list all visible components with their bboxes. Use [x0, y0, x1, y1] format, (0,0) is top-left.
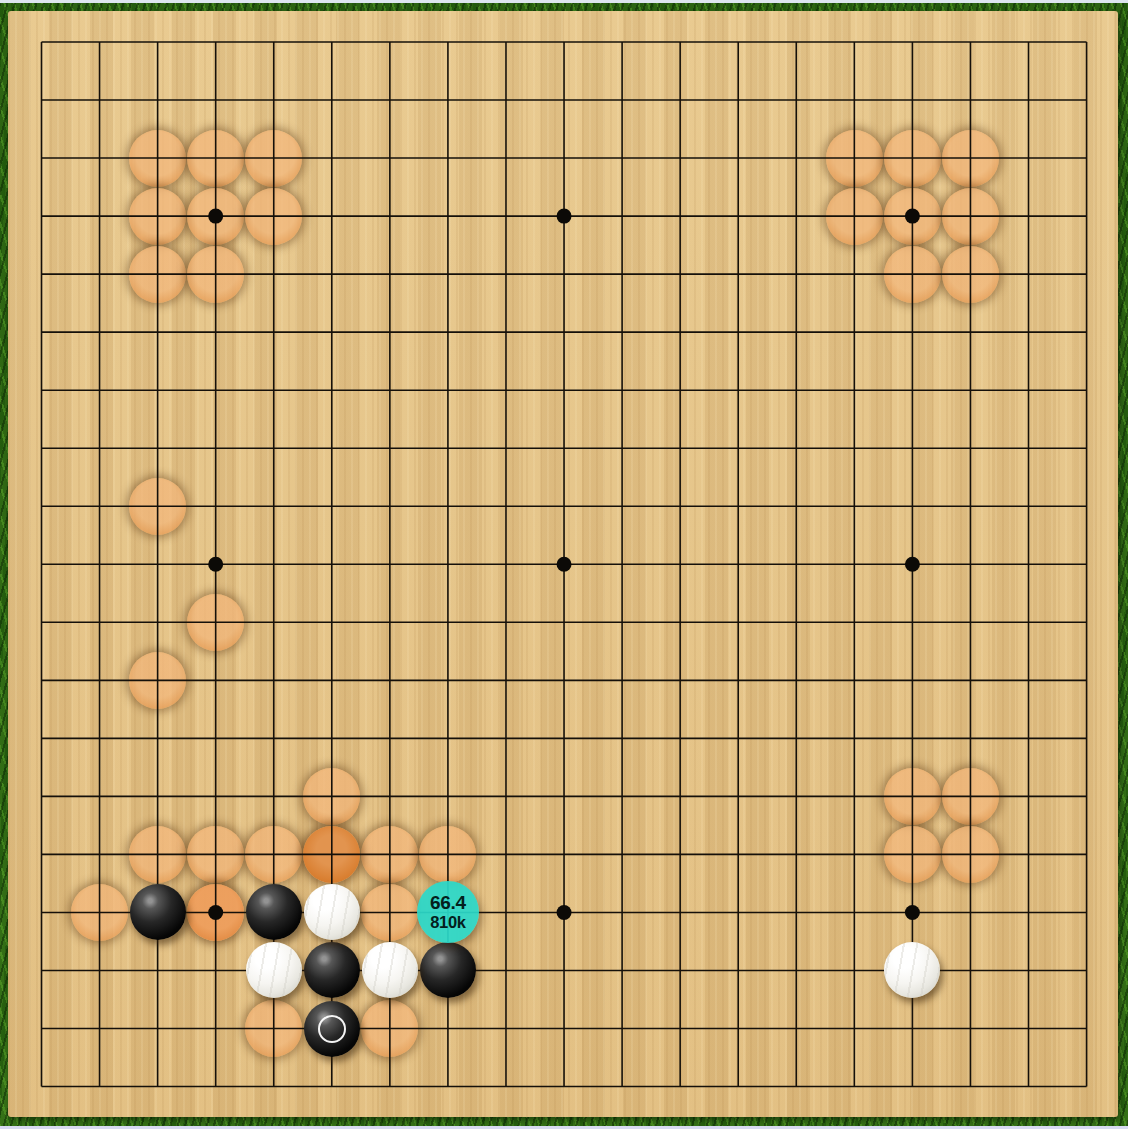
go-board[interactable] — [8, 11, 1118, 1117]
go-app-screen: 66.4 810k — [0, 0, 1128, 1129]
ai-suggestion-badge[interactable]: 66.4 810k — [417, 881, 479, 943]
top-chrome-bar — [0, 0, 1128, 3]
visits-value: 810k — [430, 914, 466, 932]
winrate-value: 66.4 — [430, 893, 466, 914]
